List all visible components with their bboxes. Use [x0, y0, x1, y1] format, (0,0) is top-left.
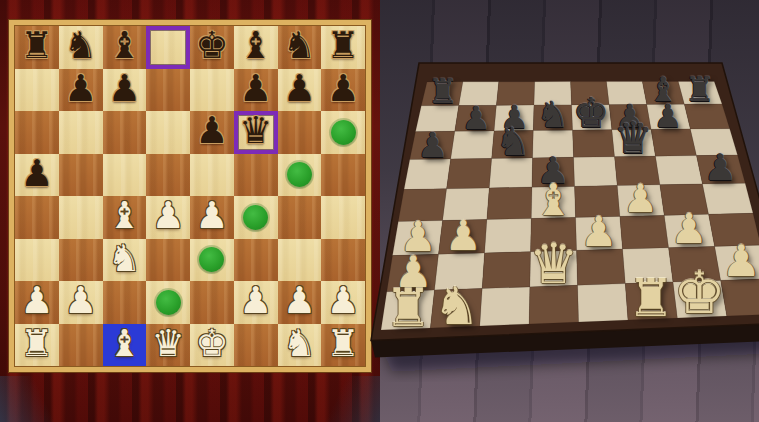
3d-black-pawn-h5[interactable]: ♟	[699, 150, 743, 187]
3d-square-e5[interactable]	[574, 157, 618, 187]
3d-white-knight-b1[interactable]: ♞	[425, 280, 488, 332]
3d-black-pawn-a6[interactable]: ♟	[412, 128, 453, 162]
board-3d-scene: ♜♝♜♟♟♞♚♟♟♟♞♛♟♟♝♟♟♟♟♟♟♛♟♜♞♜♚	[0, 0, 759, 422]
3d-black-queen-f6[interactable]: ♛	[607, 117, 659, 161]
3d-white-pawn-b3[interactable]: ♟	[438, 216, 488, 257]
3d-white-pawn-f4[interactable]: ♟	[617, 180, 664, 219]
3d-square-c4[interactable]	[487, 187, 532, 219]
3d-white-pawn-g3[interactable]: ♟	[664, 209, 714, 250]
3d-white-bishop-d4[interactable]: ♝	[527, 178, 580, 222]
board-3d-panel: ♜♝♜♟♟♞♚♟♟♟♞♛♟♟♝♟♟♟♟♟♟♛♟♜♞♜♚	[380, 0, 759, 422]
chess-app-screenshot: ♜♞♝♚♝♞♜♟♟♟♟♟♟♛♟♝♟♟♞♟♟♟♟♟♜♝♛♚♞♜ ♜♝♜♟♟♞♚♟♟…	[0, 0, 759, 422]
3d-square-b5[interactable]	[447, 159, 492, 189]
3d-white-king-g1[interactable]: ♚	[664, 264, 734, 322]
3d-white-queen-d2[interactable]: ♛	[520, 236, 587, 292]
3d-black-knight-c6[interactable]: ♞	[490, 122, 537, 161]
